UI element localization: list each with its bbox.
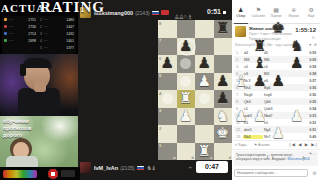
file-label-e: e: [247, 155, 249, 160]
square-f5[interactable]: ♟: [251, 73, 270, 91]
webcam-top: [0, 54, 78, 116]
tab-label: Ещё: [302, 14, 320, 18]
leaderboard-rating: 1432: [66, 32, 74, 36]
event-logo-icon[interactable]: [235, 26, 246, 37]
square-a1[interactable]: 1a: [158, 143, 177, 161]
move-clock: 0:52: [310, 121, 318, 125]
square-c1[interactable]: c♜: [195, 143, 214, 161]
square-h6[interactable]: ♟: [288, 55, 307, 73]
tab-label: Игроки: [285, 14, 303, 18]
leaderboard-name: ···: [44, 32, 48, 36]
rank-label-1: 1: [159, 143, 161, 148]
black-pawn-g5[interactable]: ♟: [269, 73, 288, 91]
leaderboard-rating: 2714: [28, 32, 36, 36]
square-g8[interactable]: ♚: [269, 20, 288, 38]
analysis-button[interactable]: ⚑ Анализ: [254, 143, 269, 147]
file-label-a: a: [173, 155, 175, 160]
leaderboard-name: ···: [44, 25, 48, 29]
rank-label-6: 6: [159, 56, 161, 61]
webcam-top-torso: [18, 88, 60, 116]
leaderboard-rank: 3: [40, 32, 42, 36]
square-f7[interactable]: ♜: [251, 38, 270, 56]
black-pawn-d5[interactable]: ♟: [214, 73, 233, 91]
leaderboard-rating: 1447: [66, 25, 74, 29]
white-move[interactable]: dxe5: [243, 128, 263, 132]
square-c4[interactable]: [195, 90, 214, 108]
move-clock: 0:57: [310, 79, 318, 83]
square-b7[interactable]: ♟: [177, 38, 196, 56]
rank-label-5: 5: [159, 73, 161, 78]
clock-flag-icon: [223, 11, 226, 14]
black-pawn-d4[interactable]: ♟: [214, 90, 233, 108]
banner-logo-left: [3, 170, 37, 178]
banner-logo-right: [48, 169, 58, 179]
leaderboard-row: ····2714: [2, 30, 38, 37]
chat-input[interactable]: [234, 169, 308, 177]
tab-Обзор[interactable]: ♟Обзор: [232, 6, 250, 23]
leaderboard-name: ····: [9, 18, 14, 22]
black-pawn-h6[interactable]: ♟: [288, 55, 307, 73]
square-a8[interactable]: 8: [158, 20, 177, 38]
leaderboard-rating: 2751: [28, 18, 36, 22]
black-pawn-f5[interactable]: ♟: [251, 73, 270, 91]
nav-arrows[interactable]: |◀ ◀ ▶ ▶|: [289, 142, 318, 147]
leaderboard-row: 5···1377: [38, 44, 76, 51]
captured-tray-bottom: ♞♝: [147, 164, 156, 171]
white-pawn-b3[interactable]: ♟: [177, 108, 196, 126]
leaderboard-rating: 1480: [66, 18, 74, 22]
move-clock: 0:58: [310, 72, 318, 76]
stream-screenshot: ACTUAL RATING ····2751····2736····2714··…: [0, 0, 320, 180]
square-a6[interactable]: 6♟: [158, 55, 177, 73]
black-rook-f7[interactable]: ♜: [251, 38, 270, 56]
white-king-d2[interactable]: ♚: [214, 125, 233, 143]
overlay-title-rating: RATING: [40, 0, 105, 16]
leaderboard-row: 4···1401: [38, 37, 76, 44]
white-knight-d3[interactable]: ♞: [214, 108, 233, 126]
white-pawn-f3[interactable]: ♟: [251, 108, 270, 126]
move-number: 13.: [234, 135, 243, 139]
square-d5[interactable]: ♟: [214, 73, 233, 91]
info-box-icons[interactable]: ⚑ ⌄: [309, 152, 316, 156]
square-d8[interactable]: ♜: [214, 20, 233, 38]
white-pawn-h3[interactable]: ♟: [288, 108, 307, 126]
square-b1[interactable]: b: [177, 143, 196, 161]
black-rook-d8[interactable]: ♜: [214, 20, 233, 38]
square-d3[interactable]: ♞: [214, 108, 233, 126]
flag-icon-bottom: [137, 166, 144, 170]
flag-chip-icon: [4, 39, 7, 42]
square-d1[interactable]: d: [214, 143, 233, 161]
move-clock: 0:56: [310, 86, 318, 90]
captured-tray-top: ♙♙♘♗: [174, 13, 192, 20]
leaderboard-rank: 5: [40, 46, 42, 50]
move-hint-dot[interactable]: [180, 58, 191, 69]
white-bishop-e5[interactable]: ♝: [232, 73, 251, 91]
black-pawn-c6[interactable]: ♟: [195, 55, 214, 73]
leaderboard-rating: 1377: [66, 46, 74, 50]
file-label-g: g: [284, 155, 286, 160]
clock-top: 0:51: [207, 8, 226, 15]
square-h3[interactable]: ♟: [288, 108, 307, 126]
move-clock: 0:55: [310, 100, 318, 104]
move-hint-dot[interactable]: [199, 93, 210, 104]
headphones-icon: [22, 58, 52, 68]
flag-chip-icon: [4, 32, 7, 35]
live-badge: [161, 10, 169, 15]
black-move[interactable]: hxg6: [263, 93, 283, 97]
webcam-top-hand: [34, 82, 46, 92]
white-move[interactable]: Qb3: [243, 100, 263, 104]
square-f6[interactable]: ♝: [251, 55, 270, 73]
leaderboard-name: ···: [44, 18, 48, 22]
square-e5[interactable]: ♝: [232, 73, 251, 91]
square-h7[interactable]: ♞: [288, 38, 307, 56]
move-row-7: 7.Nxg6hxg60:56: [234, 91, 318, 98]
refresh-icon[interactable]: ↻: [312, 35, 315, 40]
file-label-f: f: [267, 155, 268, 160]
settings-icon[interactable]: ⚙: [314, 43, 317, 47]
player-rating-top: (2143): [135, 10, 149, 16]
leaderboard-rating: 2698: [28, 39, 36, 43]
leaderboard-rank: 4: [40, 39, 42, 43]
Партии-tab-icon: ▦: [267, 6, 285, 14]
square-c5[interactable]: ♟: [195, 73, 214, 91]
headphone-cup-icon: [20, 64, 26, 76]
rank-label-3: 3: [159, 108, 161, 113]
player-name-bottom[interactable]: IvM_IvAn: [94, 165, 118, 171]
square-a2[interactable]: 2: [158, 125, 177, 143]
square-b4[interactable]: ♜: [177, 90, 196, 108]
move-hint-dot[interactable]: [180, 76, 191, 87]
rank-label-4: 4: [159, 91, 161, 96]
square-c6[interactable]: ♟: [195, 55, 214, 73]
add-time-icon[interactable]: +: [188, 164, 192, 170]
tab-Ещё[interactable]: ⚙Ещё: [302, 6, 320, 23]
leaderboard-row: ····2698: [2, 37, 38, 44]
square-d2[interactable]: ♚: [214, 125, 233, 143]
banner-logo-text-block: [61, 170, 75, 177]
webcam-bottom: обучение прогнозов дорого: [0, 116, 78, 167]
rank-label-8: 8: [159, 21, 161, 26]
webcam-bottom-torso: [6, 156, 38, 167]
player-rating-bottom: (2105): [120, 165, 134, 171]
rank-label-7: 7: [159, 38, 161, 43]
file-label-c: c: [210, 155, 212, 160]
white-pawn-e3[interactable]: ♟: [232, 108, 251, 126]
move-clock: 0:53: [310, 114, 318, 118]
tab-События[interactable]: ⚑События: [250, 6, 268, 23]
file-label-b: b: [192, 155, 194, 160]
moves-button[interactable]: ≡ Ходы: [235, 143, 246, 147]
square-c3[interactable]: [195, 108, 214, 126]
webcam-caption-line3: дорого: [3, 132, 22, 139]
move-clock: 0:49: [310, 135, 318, 139]
chat-settings-icon[interactable]: ⚙: [311, 170, 318, 177]
square-g5[interactable]: ♟: [269, 73, 288, 91]
Игроки-tab-icon: ♔: [285, 6, 303, 14]
tab-label: Партии: [267, 14, 285, 18]
square-c2[interactable]: [195, 125, 214, 143]
leaderboard-left-column: ····2751····2736····2714····2698: [2, 16, 38, 51]
square-b2[interactable]: [177, 125, 196, 143]
square-a3[interactable]: 3: [158, 108, 177, 126]
square-c7[interactable]: [195, 38, 214, 56]
leaderboard-name: ····: [9, 32, 14, 36]
События-tab-icon: ⚑: [250, 6, 268, 14]
square-b5[interactable]: [177, 73, 196, 91]
square-b6[interactable]: [177, 55, 196, 73]
leaderboard-name: ····: [9, 25, 14, 29]
black-move[interactable]: Qb6: [263, 100, 283, 104]
white-pawn-c5[interactable]: ♟: [195, 73, 214, 91]
move-number: 12.: [234, 128, 243, 132]
black-king-g8[interactable]: ♚: [269, 20, 288, 38]
Обзор-tab-icon: ♟: [232, 6, 250, 14]
chess-board-zone: Maksimang000 (2143) ♙♙♘♗ 0:51 8♜♚7♟♜♞6♟♟…: [78, 0, 232, 180]
streamer-column: ACTUAL RATING ····2751····2736····2714··…: [0, 0, 78, 180]
black-pawn-b7[interactable]: ♟: [177, 38, 196, 56]
leaderboard-rank: 1: [40, 18, 42, 22]
white-move[interactable]: Nxg6: [243, 93, 263, 97]
square-d4[interactable]: ♟: [214, 90, 233, 108]
leaderboard-name: ····: [9, 39, 14, 43]
black-knight-h7[interactable]: ♞: [288, 38, 307, 56]
leaderboard-row: ····2751: [2, 16, 38, 23]
leaderboard-row: 1···1480: [38, 16, 76, 23]
white-rook-b4[interactable]: ♜: [177, 90, 196, 108]
Ещё-tab-icon: ⚙: [302, 6, 320, 14]
move-clock: 0:54: [310, 107, 318, 111]
move-clock: 0:51: [310, 128, 318, 132]
tab-label: Обзор: [232, 14, 250, 18]
square-a5[interactable]: 5: [158, 73, 177, 91]
leaderboard-rank: 2: [40, 25, 42, 29]
host-link[interactable]: Maksimang000: [288, 157, 310, 161]
filter-icon[interactable]: ▼: [308, 43, 311, 47]
clock-bottom-active: 0:47: [196, 161, 228, 173]
sponsor-banner: [0, 167, 80, 180]
move-clock: 0:59: [310, 51, 318, 55]
move-clock: 0:58: [310, 65, 318, 69]
square-f3[interactable]: ♟: [251, 108, 270, 126]
square-c8[interactable]: [195, 20, 214, 38]
move-number: 1.: [234, 51, 243, 55]
avatar-bottom[interactable]: [80, 162, 91, 173]
broadcast-clock: 1:55:12: [295, 27, 316, 33]
rating-leaderboard: ····2751····2736····2714····2698 1···148…: [2, 16, 76, 54]
square-a7[interactable]: 7: [158, 38, 177, 56]
move-clock: 0:56: [310, 93, 318, 97]
white-pawn-g2[interactable]: ♟: [269, 125, 288, 143]
square-b8[interactable]: [177, 20, 196, 38]
leaderboard-row: 2···1447: [38, 23, 76, 30]
chat-row: ⚙: [234, 169, 318, 178]
move-hint-dot[interactable]: [162, 93, 173, 104]
tab-label: События: [250, 14, 268, 18]
leaderboard-rating: 1401: [66, 39, 74, 43]
leaderboard-row: 3···1432: [38, 30, 76, 37]
webcam-caption-line1: обучение: [3, 118, 29, 125]
move-clock: 0:59: [310, 58, 318, 62]
move-row-8: 8.Qb3Qb60:55: [234, 98, 318, 105]
file-label-d: d: [229, 155, 231, 160]
move-number: 2.: [234, 58, 243, 62]
square-b3[interactable]: ♟: [177, 108, 196, 126]
square-d6[interactable]: [214, 55, 233, 73]
move-number: 7.: [234, 93, 243, 97]
square-e3[interactable]: ♟: [232, 108, 251, 126]
webcam-caption-line2: прогнозов: [3, 125, 31, 132]
leaderboard-name: ···: [44, 46, 48, 50]
flag-chip-icon: [4, 18, 7, 21]
square-d7[interactable]: [214, 38, 233, 56]
white-move[interactable]: Rb4: [243, 135, 263, 139]
leaderboard-right-column: 1···14802···14473···14324···14015···1377: [38, 16, 76, 51]
file-label-h: h: [303, 155, 305, 160]
leaderboard-rating: 2736: [28, 25, 36, 29]
move-number: 3.: [234, 65, 243, 69]
flag-chip-icon: [4, 25, 7, 28]
square-g2[interactable]: ♟: [269, 125, 288, 143]
move-number: 8.: [234, 100, 243, 104]
rank-label-2: 2: [159, 126, 161, 131]
flag-icon-top: [152, 11, 159, 15]
leaderboard-row: ····2736: [2, 23, 38, 30]
square-a4[interactable]: 4: [158, 90, 177, 108]
black-bishop-f6[interactable]: ♝: [251, 55, 270, 73]
leaderboard-name: ···: [44, 39, 48, 43]
